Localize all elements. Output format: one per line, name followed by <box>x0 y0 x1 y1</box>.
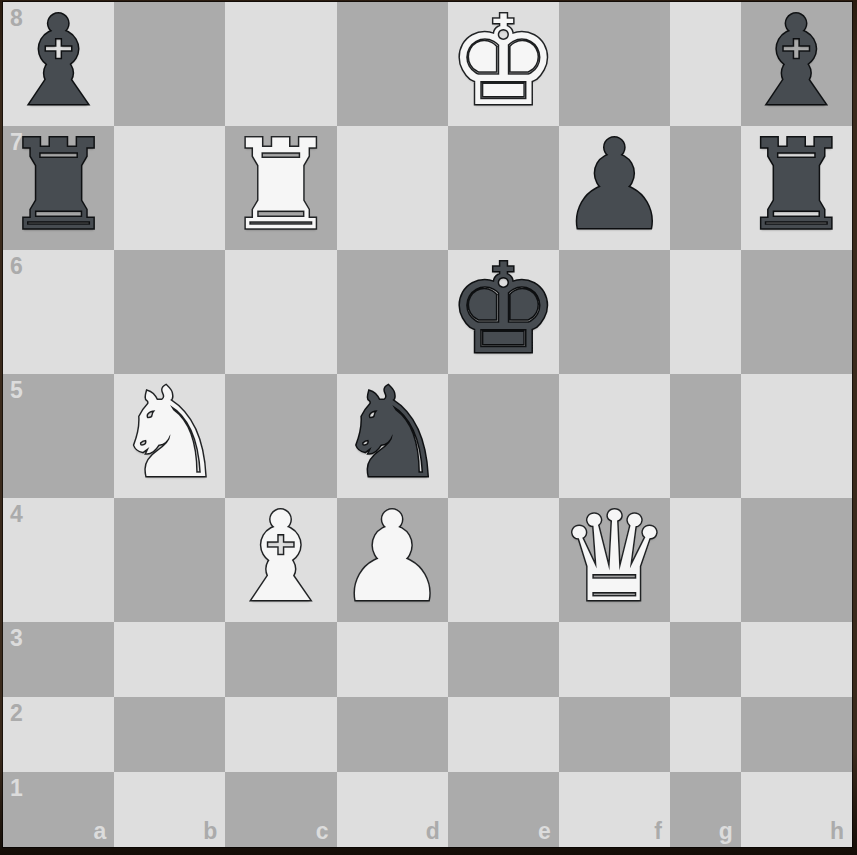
square-f7[interactable]: ♟ <box>559 126 670 250</box>
rank-label-2: 2 <box>10 702 23 725</box>
square-h2[interactable] <box>741 697 852 772</box>
square-f6[interactable] <box>559 250 670 374</box>
square-c3[interactable] <box>225 622 336 697</box>
piece-black-pawn[interactable]: ♟ <box>559 123 670 247</box>
square-h4[interactable] <box>741 498 852 622</box>
piece-black-rook[interactable]: ♜ <box>741 123 852 247</box>
square-g8[interactable] <box>670 2 741 126</box>
square-g7[interactable] <box>670 126 741 250</box>
square-d5[interactable]: ♞ <box>337 374 448 498</box>
square-f4[interactable]: ♛ <box>559 498 670 622</box>
square-d2[interactable] <box>337 697 448 772</box>
square-a6[interactable]: 6 <box>3 250 114 374</box>
square-b4[interactable] <box>114 498 225 622</box>
file-label-d: d <box>426 820 440 843</box>
piece-white-rook[interactable]: ♜ <box>225 123 336 247</box>
square-f1[interactable]: f <box>559 772 670 847</box>
square-c8[interactable] <box>225 2 336 126</box>
square-a1[interactable]: 1a <box>3 772 114 847</box>
piece-black-king[interactable]: ♚ <box>448 247 559 371</box>
chess-board[interactable]: 8♝♚♝7♜♜♟♜6♚5♞♞4♝♟♛321abcdefgh <box>3 2 852 847</box>
file-label-c: c <box>316 820 329 843</box>
square-f3[interactable] <box>559 622 670 697</box>
square-h1[interactable]: h <box>741 772 852 847</box>
square-d8[interactable] <box>337 2 448 126</box>
piece-white-bishop[interactable]: ♝ <box>225 495 336 619</box>
piece-black-bishop[interactable]: ♝ <box>3 0 114 123</box>
rank-label-3: 3 <box>10 627 23 650</box>
piece-black-knight[interactable]: ♞ <box>337 371 448 495</box>
square-h7[interactable]: ♜ <box>741 126 852 250</box>
square-g6[interactable] <box>670 250 741 374</box>
piece-white-pawn[interactable]: ♟ <box>337 495 448 619</box>
square-a7[interactable]: 7♜ <box>3 126 114 250</box>
square-f8[interactable] <box>559 2 670 126</box>
square-c5[interactable] <box>225 374 336 498</box>
square-a2[interactable]: 2 <box>3 697 114 772</box>
square-c2[interactable] <box>225 697 336 772</box>
file-label-g: g <box>719 820 733 843</box>
file-label-h: h <box>830 820 844 843</box>
square-a8[interactable]: 8♝ <box>3 2 114 126</box>
square-e1[interactable]: e <box>448 772 559 847</box>
square-h6[interactable] <box>741 250 852 374</box>
piece-white-queen[interactable]: ♛ <box>559 495 670 619</box>
rank-label-6: 6 <box>10 255 23 278</box>
square-e3[interactable] <box>448 622 559 697</box>
rank-label-1: 1 <box>10 777 23 800</box>
square-f5[interactable] <box>559 374 670 498</box>
square-b3[interactable] <box>114 622 225 697</box>
square-a4[interactable]: 4 <box>3 498 114 622</box>
square-h8[interactable]: ♝ <box>741 2 852 126</box>
square-d1[interactable]: d <box>337 772 448 847</box>
piece-white-king[interactable]: ♚ <box>448 0 559 123</box>
square-g1[interactable]: g <box>670 772 741 847</box>
square-a5[interactable]: 5 <box>3 374 114 498</box>
square-e8[interactable]: ♚ <box>448 2 559 126</box>
square-e5[interactable] <box>448 374 559 498</box>
square-c7[interactable]: ♜ <box>225 126 336 250</box>
piece-white-knight[interactable]: ♞ <box>114 371 225 495</box>
file-label-b: b <box>203 820 217 843</box>
square-b1[interactable]: b <box>114 772 225 847</box>
square-h5[interactable] <box>741 374 852 498</box>
square-e2[interactable] <box>448 697 559 772</box>
piece-black-rook[interactable]: ♜ <box>3 123 114 247</box>
square-b2[interactable] <box>114 697 225 772</box>
square-c6[interactable] <box>225 250 336 374</box>
square-a3[interactable]: 3 <box>3 622 114 697</box>
square-h3[interactable] <box>741 622 852 697</box>
square-d3[interactable] <box>337 622 448 697</box>
file-label-e: e <box>538 820 551 843</box>
square-c1[interactable]: c <box>225 772 336 847</box>
square-d7[interactable] <box>337 126 448 250</box>
square-g4[interactable] <box>670 498 741 622</box>
file-label-f: f <box>654 820 662 843</box>
piece-black-bishop[interactable]: ♝ <box>741 0 852 123</box>
square-d6[interactable] <box>337 250 448 374</box>
square-e6[interactable]: ♚ <box>448 250 559 374</box>
square-c4[interactable]: ♝ <box>225 498 336 622</box>
rank-label-5: 5 <box>10 379 23 402</box>
square-b7[interactable] <box>114 126 225 250</box>
square-e4[interactable] <box>448 498 559 622</box>
square-g5[interactable] <box>670 374 741 498</box>
square-g2[interactable] <box>670 697 741 772</box>
square-d4[interactable]: ♟ <box>337 498 448 622</box>
square-g3[interactable] <box>670 622 741 697</box>
square-f2[interactable] <box>559 697 670 772</box>
square-b8[interactable] <box>114 2 225 126</box>
rank-label-4: 4 <box>10 503 23 526</box>
file-label-a: a <box>93 820 106 843</box>
square-e7[interactable] <box>448 126 559 250</box>
square-b6[interactable] <box>114 250 225 374</box>
square-b5[interactable]: ♞ <box>114 374 225 498</box>
